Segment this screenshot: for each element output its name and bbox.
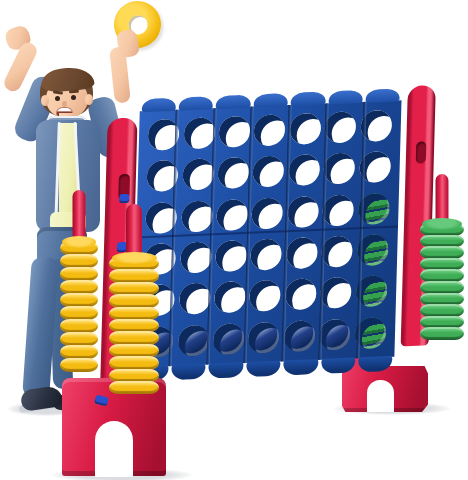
board-hole-r2c1 — [181, 200, 213, 232]
child-eye-right — [71, 95, 76, 100]
board-hole-r4c5 — [320, 277, 352, 309]
board-hole-r4c1 — [179, 283, 211, 315]
board-hole-r5c5 — [319, 318, 351, 350]
blue-lock-pin — [94, 395, 109, 407]
ring-top-face — [112, 252, 157, 264]
ring-pile — [420, 224, 464, 340]
scallop-bump — [321, 357, 356, 373]
yellow-ring — [60, 267, 98, 281]
yellow-ring — [109, 381, 159, 394]
board-hole-r0c4 — [289, 113, 321, 145]
scallop-bump — [358, 356, 393, 372]
board-hole-r2c6 — [358, 193, 390, 225]
yellow-ring — [109, 269, 159, 282]
board-hole-r0c1 — [183, 117, 215, 149]
board-hole-r5c4 — [284, 320, 316, 352]
scallop-bump — [283, 359, 318, 375]
ring-stack-left-outer — [60, 190, 98, 390]
yellow-ring — [109, 369, 159, 382]
board-hole-r3c6 — [357, 234, 389, 266]
green-ring — [420, 327, 464, 340]
holes-grid — [140, 105, 395, 364]
board-hole-r2c5 — [322, 194, 354, 226]
yellow-ring — [60, 306, 98, 320]
board-hole-r1c2 — [217, 157, 249, 189]
board-hole-r4c2 — [214, 281, 246, 313]
ring-pile — [109, 258, 159, 394]
scallop-bump — [141, 98, 176, 112]
foot-arch-cutout — [95, 421, 133, 477]
yellow-ring — [109, 294, 159, 307]
green-ring — [420, 246, 464, 259]
board-hole-r4c4 — [285, 278, 317, 310]
board-hole-r1c1 — [182, 159, 214, 191]
ring-pile — [60, 242, 98, 372]
yellow-ring — [109, 356, 159, 369]
board-hole-r0c0 — [148, 119, 180, 151]
board-hole-r0c2 — [219, 116, 251, 148]
scallop-bump — [366, 88, 401, 102]
scallop-bump — [253, 93, 288, 107]
child-ear-right — [85, 94, 93, 105]
board-hole-r1c6 — [359, 151, 391, 183]
board-hole-r0c6 — [360, 110, 392, 142]
board-hole-r3c2 — [215, 240, 247, 272]
yellow-ring — [60, 358, 98, 372]
board-hole-r0c5 — [325, 111, 357, 143]
scallop-bump — [179, 96, 214, 110]
ring-top-face — [62, 236, 96, 248]
board-hole-r4c6 — [356, 276, 388, 308]
ring-stack-right-front — [420, 174, 464, 359]
product-photo-giant-connect-four — [0, 0, 468, 480]
ring-stack-left-inner — [109, 204, 159, 419]
yellow-ring — [109, 282, 159, 295]
board-hole-r4c3 — [249, 280, 281, 312]
scallop-bump — [246, 361, 281, 377]
child-eye-left — [55, 96, 60, 101]
board-hole-r1c3 — [253, 156, 285, 188]
yellow-ring — [109, 331, 159, 344]
board-hole-r1c0 — [147, 160, 179, 192]
green-ring — [420, 281, 464, 294]
board-hole-r5c2 — [213, 323, 245, 355]
yellow-ring — [109, 307, 159, 320]
board-hole-r3c5 — [321, 236, 353, 268]
scallop-bump — [291, 91, 326, 105]
scallop-bump — [216, 95, 251, 109]
board-hole-r2c3 — [252, 197, 284, 229]
blue-lock-pin — [119, 194, 129, 203]
scallop-bump — [171, 364, 206, 380]
scallop-bump — [328, 90, 363, 104]
board-hole-r2c4 — [287, 196, 319, 228]
board-hole-r5c3 — [248, 321, 280, 353]
post-slot — [416, 141, 427, 163]
ring-top-face — [422, 218, 462, 230]
yellow-ring — [60, 293, 98, 307]
board-hole-r1c4 — [288, 154, 320, 186]
yellow-ring — [60, 332, 98, 346]
board-hole-r1c5 — [324, 153, 356, 185]
scallop-bump — [208, 362, 243, 378]
yellow-ring — [60, 280, 98, 294]
yellow-ring — [109, 319, 159, 332]
child-ear-left — [41, 95, 49, 106]
board-panel — [133, 100, 402, 367]
yellow-ring — [60, 345, 98, 359]
yellow-ring — [109, 344, 159, 357]
board-hole-r0c3 — [254, 114, 286, 146]
yellow-ring — [60, 319, 98, 333]
yellow-ring — [60, 254, 98, 268]
green-ring — [420, 304, 464, 317]
board-hole-r5c1 — [177, 324, 209, 356]
board-hole-r5c6 — [354, 317, 386, 349]
board-hole-r2c2 — [216, 199, 248, 231]
board-hole-r3c1 — [180, 242, 212, 274]
board-hole-r3c3 — [251, 239, 283, 271]
board-hole-r3c4 — [286, 237, 318, 269]
